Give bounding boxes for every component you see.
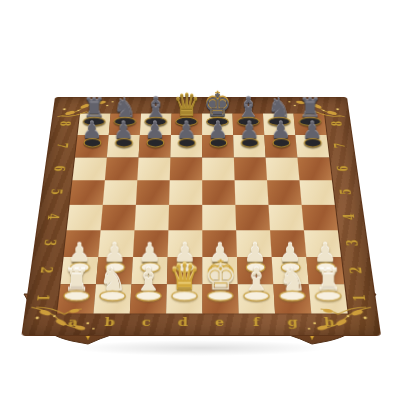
square-e6[interactable] bbox=[202, 157, 234, 180]
square-d1[interactable]: ♛ bbox=[166, 284, 202, 313]
square-g4[interactable] bbox=[268, 205, 303, 230]
piece-base bbox=[83, 138, 101, 147]
square-b1[interactable]: ♞ bbox=[93, 284, 131, 313]
square-h1[interactable]: ♜ bbox=[309, 284, 348, 313]
square-c6[interactable] bbox=[137, 157, 170, 180]
square-c7[interactable]: ♟ bbox=[139, 135, 171, 157]
chess-board: ♜♞♝♛♚♝♞♜♟♟♟♟♟♟♟♟♟♟♟♟♟♟♟♟♜♞♝♛♚♝♞♜ 8765432… bbox=[21, 97, 381, 336]
square-d6[interactable] bbox=[170, 157, 202, 180]
square-f6[interactable] bbox=[234, 157, 267, 180]
piece-base bbox=[135, 290, 161, 301]
square-d4[interactable] bbox=[168, 205, 202, 230]
piece-base bbox=[207, 290, 233, 301]
piece-base bbox=[114, 138, 132, 147]
square-h6[interactable] bbox=[297, 157, 332, 180]
square-b7[interactable]: ♟ bbox=[107, 135, 140, 157]
square-a4[interactable] bbox=[67, 205, 103, 230]
piece-base bbox=[177, 138, 195, 147]
piece-base bbox=[243, 290, 269, 301]
piece-base bbox=[99, 290, 125, 301]
piece-base bbox=[146, 138, 164, 147]
photo-stage: ♜♞♝♛♚♝♞♜♟♟♟♟♟♟♟♟♟♟♟♟♟♟♟♟♜♞♝♛♚♝♞♜ 8765432… bbox=[0, 0, 400, 400]
piece-base bbox=[315, 290, 341, 301]
board-scene: ♜♞♝♛♚♝♞♜♟♟♟♟♟♟♟♟♟♟♟♟♟♟♟♟♜♞♝♛♚♝♞♜ 8765432… bbox=[0, 0, 400, 400]
piece-base bbox=[63, 290, 89, 301]
board-grid: ♜♞♝♛♚♝♞♜♟♟♟♟♟♟♟♟♟♟♟♟♟♟♟♟♜♞♝♛♚♝♞♜ bbox=[56, 113, 349, 314]
piece-base bbox=[209, 138, 227, 147]
square-d7[interactable]: ♟ bbox=[170, 135, 202, 157]
square-h4[interactable] bbox=[302, 205, 338, 230]
piece-base bbox=[171, 290, 197, 301]
piece-white-rook-h1[interactable]: ♜ bbox=[307, 265, 350, 301]
square-b6[interactable] bbox=[105, 157, 139, 180]
piece-base bbox=[272, 138, 290, 147]
square-c1[interactable]: ♝ bbox=[130, 284, 167, 313]
square-g1[interactable]: ♞ bbox=[273, 284, 311, 313]
square-a6[interactable] bbox=[72, 157, 106, 180]
piece-black-pawn-h7[interactable]: ♟ bbox=[293, 119, 331, 147]
square-b4[interactable] bbox=[101, 205, 136, 230]
piece-base bbox=[279, 290, 305, 301]
square-f7[interactable]: ♟ bbox=[233, 135, 265, 157]
square-e4[interactable] bbox=[202, 205, 236, 230]
square-e7[interactable]: ♟ bbox=[202, 135, 234, 157]
square-h7[interactable]: ♟ bbox=[295, 135, 329, 157]
square-g6[interactable] bbox=[266, 157, 300, 180]
square-f1[interactable]: ♝ bbox=[238, 284, 275, 313]
piece-base bbox=[303, 138, 321, 147]
square-e1[interactable]: ♚ bbox=[202, 284, 238, 313]
square-f4[interactable] bbox=[235, 205, 270, 230]
piece-base bbox=[240, 138, 258, 147]
square-c4[interactable] bbox=[134, 205, 169, 230]
